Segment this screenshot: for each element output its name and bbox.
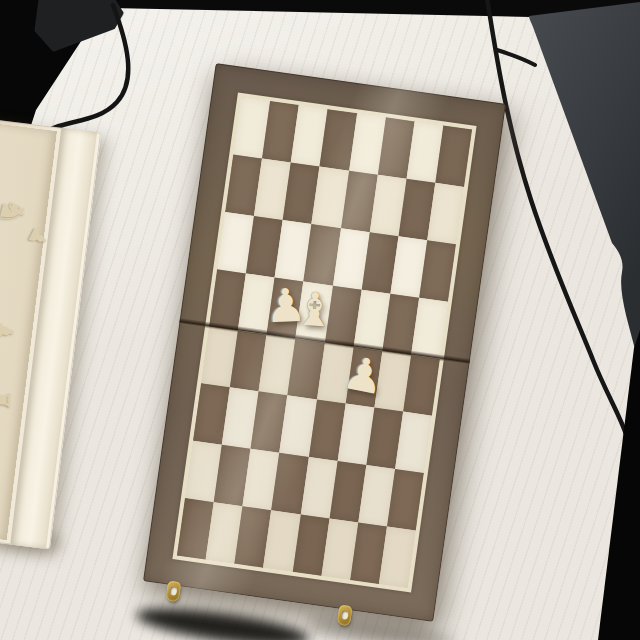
laptop (529, 2, 640, 353)
white-bishop-d5[interactable]: ♝ (293, 285, 337, 333)
white-pawn-f4[interactable]: ♟ (339, 348, 388, 401)
laptop-cable-branch (497, 50, 535, 65)
desk-edge-void (598, 330, 640, 640)
white-pawn-in-box-2: ♟ (0, 318, 18, 345)
black-device (37, 0, 121, 49)
white-rook-in-box: ♜ (0, 389, 13, 411)
scene: ♞ ♟ ♟ ♜ ♟♝♟ (0, 0, 640, 640)
